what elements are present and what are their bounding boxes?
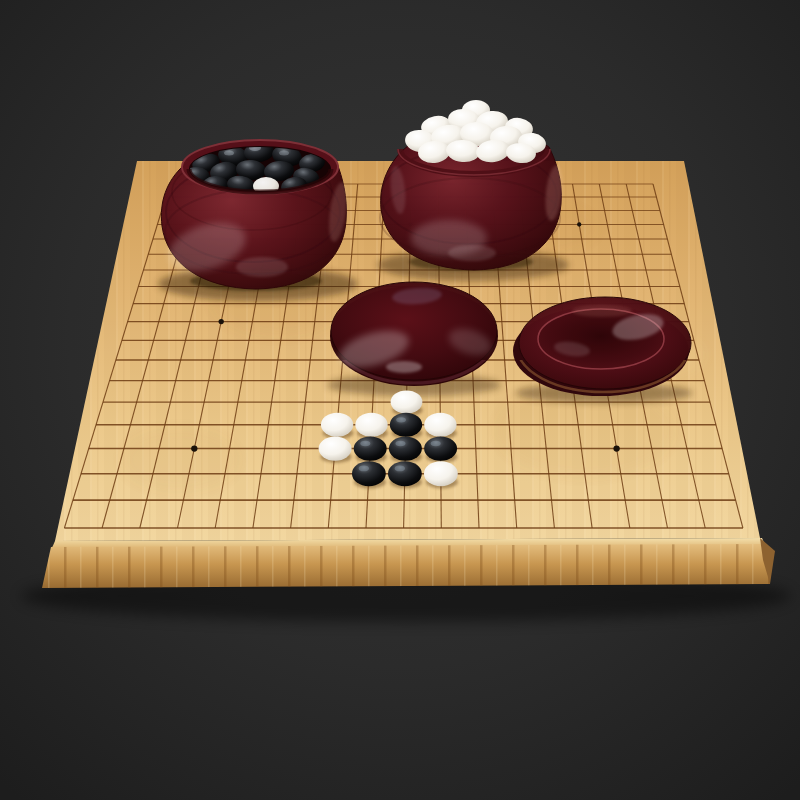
bowl-lid-left [330,282,498,386]
stone-white[interactable] [391,390,423,413]
go-set-photo [0,0,800,800]
stone-black[interactable] [389,436,422,460]
stone-specular [396,441,406,446]
stone-black[interactable] [390,413,422,437]
stone-white[interactable] [355,413,387,437]
stone-black[interactable] [352,461,386,486]
star-point [577,222,581,226]
scene-canvas [0,0,800,800]
stone-black[interactable] [354,436,387,460]
star-point [191,445,197,451]
stone-specular [396,417,406,422]
star-point [219,319,224,324]
stone-black[interactable] [388,461,422,486]
stone-specular [395,466,405,472]
board-front-laminate [42,544,770,588]
black-stone-bowl [161,140,350,289]
stone-black[interactable] [424,436,457,460]
stone-specular [359,466,369,472]
star-point [613,445,619,451]
stone-white[interactable] [424,461,458,486]
stone-specular [360,441,370,446]
stone-white[interactable] [319,436,352,460]
stone-white[interactable] [424,413,456,437]
stone-specular [431,441,441,446]
stone-white[interactable] [321,413,353,437]
